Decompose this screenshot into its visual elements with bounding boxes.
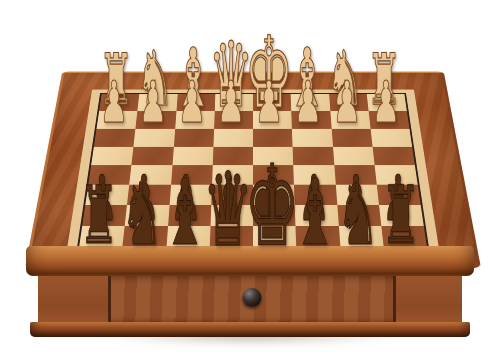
piece-white-pawn[interactable]: ♟ bbox=[100, 74, 128, 132]
piece-white-pawn[interactable]: ♟ bbox=[372, 74, 400, 132]
piece-white-pawn[interactable]: ♟ bbox=[139, 74, 167, 132]
piece-white-pawn[interactable]: ♟ bbox=[255, 74, 283, 132]
piece-black-bishop[interactable]: ♝ bbox=[163, 167, 208, 259]
product-photo-scene: ♜♞♝♛♚♝♞♜♟♟♟♟♟♟♟♟♟♟♟♟♟♟♟♟♜♞♝♛♚♝♞♜ bbox=[0, 0, 500, 356]
box-front bbox=[38, 274, 462, 322]
front-panel-left bbox=[38, 274, 108, 322]
drawer-knob[interactable] bbox=[243, 288, 262, 307]
piece-white-pawn[interactable]: ♟ bbox=[333, 74, 361, 132]
piece-black-knight[interactable]: ♞ bbox=[337, 172, 379, 258]
box-base-molding bbox=[30, 322, 470, 337]
piece-black-rook[interactable]: ♜ bbox=[381, 176, 420, 256]
piece-black-bishop[interactable]: ♝ bbox=[292, 167, 337, 259]
piece-white-pawn[interactable]: ♟ bbox=[294, 74, 322, 132]
piece-black-rook[interactable]: ♜ bbox=[79, 176, 118, 256]
front-panel-right bbox=[396, 274, 462, 322]
piece-black-king[interactable]: ♚ bbox=[244, 151, 299, 263]
piece-white-pawn[interactable]: ♟ bbox=[216, 74, 244, 132]
piece-black-knight[interactable]: ♞ bbox=[121, 172, 163, 258]
storage-drawer[interactable] bbox=[108, 274, 396, 322]
piece-white-pawn[interactable]: ♟ bbox=[178, 74, 206, 132]
